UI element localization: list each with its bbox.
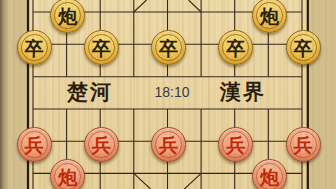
piece-red-soldier-file1[interactable]: 兵 <box>17 127 52 162</box>
piece-black-soldier-file9[interactable]: 卒 <box>286 30 321 65</box>
piece-character: 卒 <box>25 38 44 57</box>
game-timer: 18:10 <box>148 84 196 101</box>
piece-black-cannon-file8[interactable]: 炮 <box>252 0 287 33</box>
piece-character: 炮 <box>58 167 77 186</box>
piece-character: 卒 <box>159 38 178 57</box>
piece-black-soldier-file1[interactable]: 卒 <box>17 30 52 65</box>
piece-character: 炮 <box>58 6 77 25</box>
piece-character: 卒 <box>294 38 313 57</box>
piece-character: 兵 <box>159 135 178 154</box>
river-label-chu-he: 楚河 <box>55 80 125 104</box>
piece-red-soldier-file5[interactable]: 兵 <box>151 127 186 162</box>
piece-black-cannon-file2[interactable]: 炮 <box>50 0 85 33</box>
piece-red-cannon-file2[interactable]: 炮 <box>50 159 85 189</box>
river-label-han-jie: 漢界 <box>208 80 278 104</box>
piece-black-soldier-file5[interactable]: 卒 <box>151 30 186 65</box>
piece-red-soldier-file7[interactable]: 兵 <box>218 127 253 162</box>
piece-black-soldier-file7[interactable]: 卒 <box>218 30 253 65</box>
piece-character: 兵 <box>294 135 313 154</box>
piece-red-soldier-file9[interactable]: 兵 <box>286 127 321 162</box>
piece-character: 卒 <box>92 38 111 57</box>
piece-character: 卒 <box>226 38 245 57</box>
piece-character: 炮 <box>260 6 279 25</box>
piece-character: 兵 <box>25 135 44 154</box>
piece-character: 兵 <box>92 135 111 154</box>
piece-character: 兵 <box>226 135 245 154</box>
piece-red-cannon-file8[interactable]: 炮 <box>252 159 287 189</box>
xiangqi-screen: 楚河 18:10 漢界 炮炮卒卒卒卒卒兵兵兵兵兵炮炮 <box>0 0 336 189</box>
piece-black-soldier-file3[interactable]: 卒 <box>84 30 119 65</box>
piece-character: 炮 <box>260 167 279 186</box>
piece-red-soldier-file3[interactable]: 兵 <box>84 127 119 162</box>
